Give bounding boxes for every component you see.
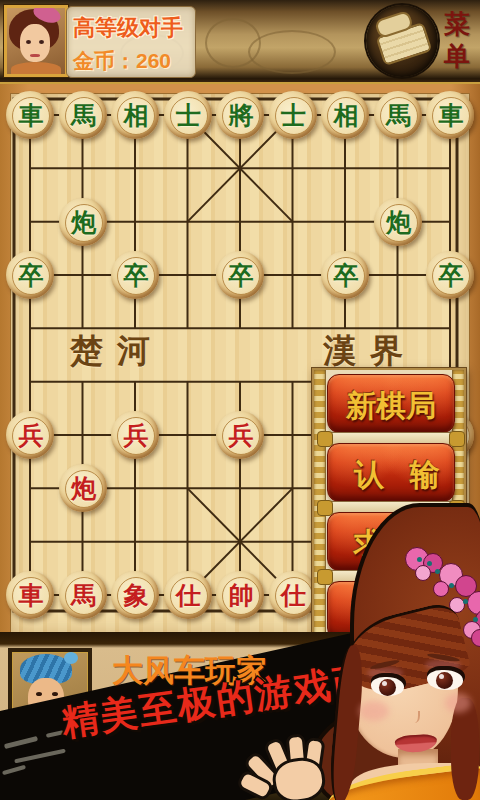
piece-red-帥[interactable]: 帥 <box>216 571 264 619</box>
piece-green-卒[interactable]: 卒 <box>321 251 369 299</box>
piece-red-仕[interactable]: 仕 <box>269 571 317 619</box>
menu-button-label: 求和 <box>354 524 466 565</box>
piece-red-車[interactable]: 車 <box>6 571 54 619</box>
coins-value: 金币：260 <box>73 47 171 75</box>
opponent-info-panel: 高等级对手 金币：260 <box>66 6 196 78</box>
piece-glyph: 馬 <box>65 577 103 615</box>
piece-glyph: 炮 <box>65 470 103 508</box>
piece-green-卒[interactable]: 卒 <box>216 251 264 299</box>
piece-red-仕[interactable]: 仕 <box>164 571 212 619</box>
piece-glyph: 士 <box>170 97 208 135</box>
piece-glyph: 仕 <box>170 577 208 615</box>
bottom-area: 大风车玩家 精美至极的游戏画面 <box>0 632 480 800</box>
avatar-shoulders <box>11 62 61 76</box>
piece-green-卒[interactable]: 卒 <box>111 251 159 299</box>
game-menu-overlay: 新棋局认输求和 <box>312 368 466 640</box>
piece-red-炮[interactable]: 炮 <box>59 464 107 512</box>
menu-button[interactable] <box>366 5 438 77</box>
piece-glyph: 兵 <box>117 417 155 455</box>
menu-button-3[interactable]: 求和 <box>327 512 455 571</box>
piece-green-將[interactable]: 將 <box>216 91 264 139</box>
piece-glyph: 兵 <box>222 417 260 455</box>
piece-glyph: 相 <box>117 97 155 135</box>
menu-button-1[interactable]: 新棋局 <box>327 374 455 433</box>
piece-green-卒[interactable]: 卒 <box>6 251 54 299</box>
avatar-eye <box>52 692 58 696</box>
piece-glyph: 帥 <box>222 577 260 615</box>
avatar-eye <box>36 692 42 696</box>
piece-green-車[interactable]: 車 <box>426 91 474 139</box>
xiangqi-game-screen: 高等级对手 金币：260 菜 单 楚河 漢界 車馬相士將士相馬車炮炮卒卒卒卒卒兵… <box>0 0 480 800</box>
avatar-eye <box>39 40 44 44</box>
piece-glyph: 車 <box>432 97 470 135</box>
swirl-decoration <box>248 30 336 74</box>
piece-glyph: 炮 <box>380 204 418 242</box>
piece-glyph: 馬 <box>65 97 103 135</box>
piece-green-士[interactable]: 士 <box>269 91 317 139</box>
menu-char-2: 单 <box>442 40 472 72</box>
piece-glyph: 卒 <box>432 257 470 295</box>
piece-green-士[interactable]: 士 <box>164 91 212 139</box>
piece-green-炮[interactable]: 炮 <box>59 198 107 246</box>
piece-glyph: 卒 <box>12 257 50 295</box>
piece-green-相[interactable]: 相 <box>321 91 369 139</box>
piece-glyph: 卒 <box>222 257 260 295</box>
menu-button-label: 认输 <box>354 455 466 496</box>
river-label-left: 楚河 <box>52 329 182 374</box>
menu-button-2[interactable]: 认输 <box>327 443 455 502</box>
piece-red-馬[interactable]: 馬 <box>59 571 107 619</box>
piece-red-兵[interactable]: 兵 <box>111 411 159 459</box>
piece-red-兵[interactable]: 兵 <box>6 411 54 459</box>
piece-green-炮[interactable]: 炮 <box>374 198 422 246</box>
avatar-eye <box>26 40 31 44</box>
opponent-avatar[interactable] <box>4 5 68 77</box>
top-bar: 高等级对手 金币：260 菜 单 <box>0 0 480 84</box>
piece-glyph: 士 <box>275 97 313 135</box>
piece-red-象[interactable]: 象 <box>111 571 159 619</box>
menu-label[interactable]: 菜 单 <box>442 8 472 72</box>
piece-green-馬[interactable]: 馬 <box>374 91 422 139</box>
piece-glyph: 車 <box>12 97 50 135</box>
piece-green-卒[interactable]: 卒 <box>426 251 474 299</box>
menu-char-1: 菜 <box>442 8 472 40</box>
piece-glyph: 車 <box>12 577 50 615</box>
avatar-turban-knot <box>64 652 78 664</box>
piece-green-相[interactable]: 相 <box>111 91 159 139</box>
menu-button-label: 新棋局 <box>346 386 436 427</box>
piece-glyph: 仕 <box>275 577 313 615</box>
piece-glyph: 炮 <box>65 204 103 242</box>
opponent-name: 高等级对手 <box>73 13 183 43</box>
piece-red-兵[interactable]: 兵 <box>216 411 264 459</box>
piece-glyph: 相 <box>327 97 365 135</box>
piece-glyph: 馬 <box>380 97 418 135</box>
piece-glyph: 將 <box>222 97 260 135</box>
piece-glyph: 兵 <box>12 417 50 455</box>
piece-glyph: 卒 <box>117 257 155 295</box>
piece-green-馬[interactable]: 馬 <box>59 91 107 139</box>
piece-glyph: 卒 <box>327 257 365 295</box>
piece-glyph: 象 <box>117 577 155 615</box>
avatar-lips <box>30 54 40 57</box>
piece-green-車[interactable]: 車 <box>6 91 54 139</box>
